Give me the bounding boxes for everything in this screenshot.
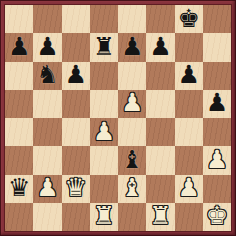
square-g2[interactable]: ♟ [175, 175, 203, 203]
square-e8[interactable] [118, 5, 146, 33]
square-c4[interactable] [62, 118, 90, 146]
square-d2[interactable] [90, 175, 118, 203]
square-h6[interactable] [203, 62, 231, 90]
square-e4[interactable] [118, 118, 146, 146]
piece-black-pawn-b7[interactable]: ♟ [36, 34, 58, 59]
square-c3[interactable] [62, 146, 90, 174]
square-g1[interactable] [175, 203, 203, 231]
square-e1[interactable] [118, 203, 146, 231]
square-a6[interactable] [5, 62, 33, 90]
square-e6[interactable] [118, 62, 146, 90]
piece-white-pawn-e5[interactable]: ♟ [121, 90, 143, 115]
square-g7[interactable] [175, 33, 203, 61]
square-f7[interactable]: ♟ [146, 33, 174, 61]
piece-white-pawn-b2[interactable]: ♟ [36, 175, 58, 200]
piece-black-pawn-g6[interactable]: ♟ [177, 62, 199, 87]
square-d6[interactable] [90, 62, 118, 90]
square-f4[interactable] [146, 118, 174, 146]
square-f3[interactable] [146, 146, 174, 174]
piece-white-king-h1[interactable]: ♚ [206, 203, 228, 228]
square-g8[interactable]: ♚ [175, 5, 203, 33]
square-h2[interactable] [203, 175, 231, 203]
square-b8[interactable] [33, 5, 61, 33]
square-b3[interactable] [33, 146, 61, 174]
piece-black-pawn-h5[interactable]: ♟ [206, 90, 228, 115]
square-c6[interactable]: ♟ [62, 62, 90, 90]
square-f2[interactable] [146, 175, 174, 203]
chessboard: ♚♟♟♜♟♟♞♟♟♟♟♟♝♟♛♟♛♝♟♜♜♚ [5, 5, 231, 231]
piece-black-bishop-e3[interactable]: ♝ [121, 147, 143, 172]
square-d8[interactable] [90, 5, 118, 33]
square-f8[interactable] [146, 5, 174, 33]
square-c8[interactable] [62, 5, 90, 33]
square-b7[interactable]: ♟ [33, 33, 61, 61]
square-c7[interactable] [62, 33, 90, 61]
square-g6[interactable]: ♟ [175, 62, 203, 90]
square-a7[interactable]: ♟ [5, 33, 33, 61]
square-f5[interactable] [146, 90, 174, 118]
square-d5[interactable] [90, 90, 118, 118]
piece-white-pawn-g2[interactable]: ♟ [177, 175, 199, 200]
piece-white-rook-f1[interactable]: ♜ [149, 203, 171, 228]
square-c5[interactable] [62, 90, 90, 118]
square-e7[interactable]: ♟ [118, 33, 146, 61]
square-e3[interactable]: ♝ [118, 146, 146, 174]
square-g5[interactable] [175, 90, 203, 118]
piece-white-queen-c2[interactable]: ♛ [64, 175, 86, 200]
piece-black-pawn-a7[interactable]: ♟ [8, 34, 30, 59]
square-h4[interactable] [203, 118, 231, 146]
piece-white-rook-d1[interactable]: ♜ [93, 203, 115, 228]
piece-black-pawn-f7[interactable]: ♟ [149, 34, 171, 59]
piece-white-bishop-e2[interactable]: ♝ [121, 175, 143, 200]
square-e2[interactable]: ♝ [118, 175, 146, 203]
square-e5[interactable]: ♟ [118, 90, 146, 118]
square-a3[interactable] [5, 146, 33, 174]
piece-black-knight-b6[interactable]: ♞ [36, 62, 58, 87]
square-b1[interactable] [33, 203, 61, 231]
square-h5[interactable]: ♟ [203, 90, 231, 118]
square-d1[interactable]: ♜ [90, 203, 118, 231]
square-d3[interactable] [90, 146, 118, 174]
piece-black-rook-d7[interactable]: ♜ [93, 34, 115, 59]
square-h3[interactable]: ♟ [203, 146, 231, 174]
square-f1[interactable]: ♜ [146, 203, 174, 231]
piece-black-pawn-c6[interactable]: ♟ [64, 62, 86, 87]
square-b4[interactable] [33, 118, 61, 146]
square-c2[interactable]: ♛ [62, 175, 90, 203]
piece-black-king-g8[interactable]: ♚ [177, 6, 199, 31]
square-h8[interactable] [203, 5, 231, 33]
square-g4[interactable] [175, 118, 203, 146]
square-a4[interactable] [5, 118, 33, 146]
piece-white-pawn-d4[interactable]: ♟ [93, 119, 115, 144]
square-a8[interactable] [5, 5, 33, 33]
square-a1[interactable] [5, 203, 33, 231]
piece-black-pawn-e7[interactable]: ♟ [121, 34, 143, 59]
piece-white-pawn-h3[interactable]: ♟ [206, 147, 228, 172]
square-a2[interactable]: ♛ [5, 175, 33, 203]
square-c1[interactable] [62, 203, 90, 231]
square-d7[interactable]: ♜ [90, 33, 118, 61]
square-b5[interactable] [33, 90, 61, 118]
square-d4[interactable]: ♟ [90, 118, 118, 146]
square-g3[interactable] [175, 146, 203, 174]
square-b6[interactable]: ♞ [33, 62, 61, 90]
square-b2[interactable]: ♟ [33, 175, 61, 203]
square-h1[interactable]: ♚ [203, 203, 231, 231]
chessboard-frame: ♚♟♟♜♟♟♞♟♟♟♟♟♝♟♛♟♛♝♟♜♜♚ [0, 0, 236, 236]
square-f6[interactable] [146, 62, 174, 90]
piece-black-queen-a2[interactable]: ♛ [8, 175, 30, 200]
square-a5[interactable] [5, 90, 33, 118]
square-h7[interactable] [203, 33, 231, 61]
